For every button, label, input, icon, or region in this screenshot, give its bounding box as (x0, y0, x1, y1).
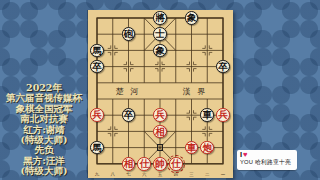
event-info-panel: 2022年 第六届音视传媒杯 象棋全国冠军 南北对抗赛 红方:谢靖 (特级大师)… (0, 83, 88, 177)
piece-red-king[interactable]: 帥 (153, 157, 167, 171)
piece-black-horse[interactable]: 馬 (90, 141, 104, 155)
svg-text:八: 八 (111, 172, 116, 177)
piece-black-pawn[interactable]: 卒 (216, 60, 230, 74)
watermark-line1: I♥ (240, 151, 294, 159)
piece-red-rook[interactable]: 車 (185, 141, 199, 155)
xiangqi-board: 楚 河漢 界九八七六五四三二一 將象砲士馬象卒卒兵卒兵車兵相馬車炮相仕帥仕 (88, 10, 233, 178)
piece-red-advisor[interactable]: 仕 (169, 157, 183, 171)
piece-black-horse[interactable]: 馬 (90, 44, 104, 58)
channel-watermark: I♥ YOU 哈利路亚十亮 (237, 150, 297, 170)
piece-red-elephant[interactable]: 相 (122, 157, 136, 171)
board-intersections: 將象砲士馬象卒卒兵卒兵車兵相馬車炮相仕帥仕 (89, 10, 231, 172)
piece-black-king[interactable]: 將 (153, 11, 167, 25)
piece-black-pawn[interactable]: 卒 (90, 60, 104, 74)
black-player-title: (特级大师) (0, 166, 88, 176)
svg-text:四: 四 (174, 172, 179, 177)
watermark-i-text: I (240, 150, 242, 159)
svg-text:九: 九 (95, 172, 100, 177)
piece-black-elephant[interactable]: 象 (185, 11, 199, 25)
piece-black-rook[interactable]: 車 (200, 108, 214, 122)
piece-black-elephant[interactable]: 象 (153, 44, 167, 58)
piece-black-cannon[interactable]: 砲 (122, 27, 136, 41)
svg-text:一: 一 (221, 172, 226, 177)
watermark-line2: YOU 哈利路亚十亮 (240, 159, 294, 166)
heart-icon: ♥ (243, 150, 247, 159)
piece-red-pawn[interactable]: 兵 (153, 108, 167, 122)
video-frame: 2022年 第六届音视传媒杯 象棋全国冠军 南北对抗赛 红方:谢靖 (特级大师)… (0, 0, 320, 180)
svg-text:二: 二 (205, 172, 210, 177)
piece-red-pawn[interactable]: 兵 (90, 108, 104, 122)
last-move-origin-marker (157, 144, 164, 151)
piece-red-cannon[interactable]: 炮 (200, 141, 214, 155)
svg-text:三: 三 (189, 172, 194, 177)
piece-red-elephant[interactable]: 相 (153, 125, 167, 139)
piece-black-pawn[interactable]: 卒 (122, 108, 136, 122)
svg-text:六: 六 (142, 172, 147, 177)
piece-red-advisor[interactable]: 仕 (137, 157, 151, 171)
piece-black-advisor[interactable]: 士 (153, 27, 167, 41)
piece-red-pawn[interactable]: 兵 (216, 108, 230, 122)
